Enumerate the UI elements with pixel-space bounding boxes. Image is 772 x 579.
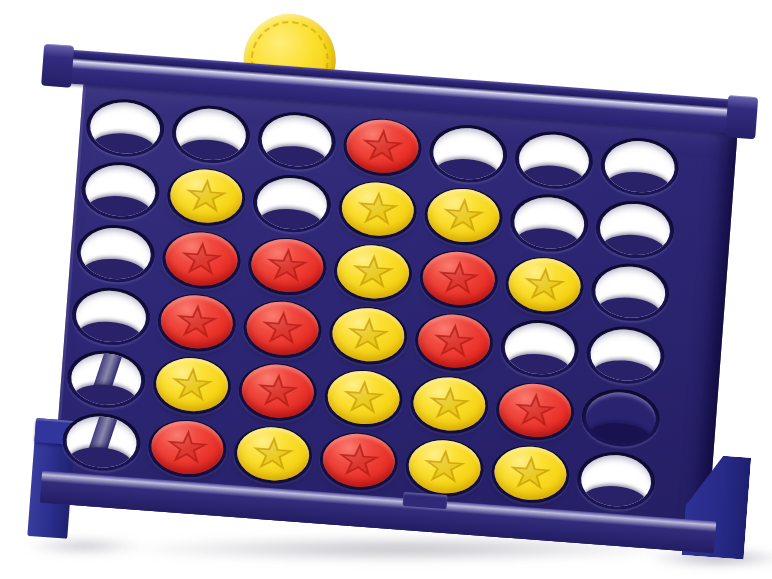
star-icon: ★ <box>261 307 305 349</box>
star-icon: ★ <box>427 382 471 424</box>
cell-r2c2[interactable]: ★ <box>161 162 251 231</box>
cell-r1c4[interactable]: ★ <box>337 112 427 181</box>
cell-r1c5[interactable] <box>423 119 513 188</box>
cell-r2c7[interactable] <box>590 194 680 263</box>
cell-r5c5[interactable]: ★ <box>404 370 494 439</box>
star-icon: ★ <box>351 250 395 292</box>
star-icon: ★ <box>361 125 405 167</box>
cell-r6c2[interactable]: ★ <box>142 413 232 482</box>
star-icon: ★ <box>523 263 567 305</box>
cell-r2c1[interactable] <box>75 156 165 225</box>
cell-r6c7[interactable] <box>571 446 661 515</box>
star-icon: ★ <box>256 370 300 412</box>
cell-r3c7[interactable] <box>585 257 675 326</box>
star-icon: ★ <box>180 237 224 279</box>
cell-r4c2[interactable]: ★ <box>152 288 242 357</box>
cell-r4c4[interactable]: ★ <box>323 301 413 370</box>
cell-r3c4[interactable]: ★ <box>328 238 418 307</box>
connect-four-product-photo: ★★★★★★★★★★★★★★★★★★★★★★★ <box>0 0 772 579</box>
star-icon: ★ <box>346 313 390 355</box>
cell-r5c6[interactable]: ★ <box>490 376 580 445</box>
cell-r6c6[interactable]: ★ <box>485 439 575 508</box>
cell-r4c5[interactable]: ★ <box>409 307 499 376</box>
cell-r2c6[interactable] <box>504 188 594 257</box>
cell-r1c3[interactable] <box>251 106 341 175</box>
star-icon: ★ <box>265 244 309 286</box>
cell-r1c7[interactable] <box>595 132 685 201</box>
star-icon: ★ <box>337 439 381 481</box>
cell-r5c4[interactable]: ★ <box>318 363 408 432</box>
cell-r6c1[interactable] <box>56 407 146 476</box>
cell-r1c2[interactable] <box>166 99 256 168</box>
cell-r4c1[interactable] <box>66 281 156 350</box>
cell-r5c3[interactable]: ★ <box>233 357 323 426</box>
cell-r6c4[interactable]: ★ <box>314 426 404 495</box>
star-icon: ★ <box>432 320 476 362</box>
cell-r3c2[interactable]: ★ <box>156 225 246 294</box>
star-icon: ★ <box>356 188 400 230</box>
star-icon: ★ <box>437 257 481 299</box>
star-icon: ★ <box>175 300 219 342</box>
cell-r3c6[interactable]: ★ <box>499 251 589 320</box>
star-icon: ★ <box>184 175 228 217</box>
star-icon: ★ <box>423 445 467 487</box>
star-icon: ★ <box>251 432 295 474</box>
cell-r1c1[interactable] <box>80 93 170 162</box>
star-icon: ★ <box>165 426 209 468</box>
top-rail-right-cap <box>725 95 758 139</box>
star-icon: ★ <box>513 389 557 431</box>
cell-r5c2[interactable]: ★ <box>147 351 237 420</box>
board-assembly: ★★★★★★★★★★★★★★★★★★★★★★★ <box>0 0 772 579</box>
cell-r3c3[interactable]: ★ <box>242 231 332 300</box>
cell-r4c6[interactable] <box>495 314 585 383</box>
cell-r2c5[interactable]: ★ <box>418 181 508 250</box>
star-icon: ★ <box>170 363 214 405</box>
cell-r4c7[interactable] <box>580 320 670 389</box>
star-icon: ★ <box>342 376 386 418</box>
cell-r5c1[interactable] <box>61 344 151 413</box>
cell-r2c4[interactable]: ★ <box>333 175 423 244</box>
cell-r5c7[interactable] <box>576 383 666 452</box>
star-icon: ★ <box>442 194 486 236</box>
cell-r4c3[interactable]: ★ <box>237 294 327 363</box>
cell-r1c6[interactable] <box>509 125 599 194</box>
star-icon: ★ <box>508 452 552 494</box>
board-grid: ★★★★★★★★★★★★★★★★★★★★★★★ <box>56 93 685 515</box>
top-rail-left-cap <box>41 44 74 88</box>
cell-r3c5[interactable]: ★ <box>414 244 504 313</box>
cell-r3c1[interactable] <box>71 218 161 287</box>
cell-r2c3[interactable] <box>247 169 337 238</box>
cell-r6c3[interactable]: ★ <box>228 420 318 489</box>
